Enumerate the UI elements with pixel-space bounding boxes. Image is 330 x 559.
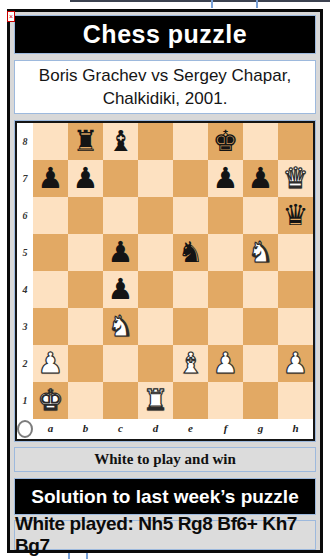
square-c2 — [103, 345, 138, 382]
white-pawn: ♟ — [213, 345, 239, 382]
file-label-f: f — [208, 419, 243, 439]
rank-label-2: 2 — [17, 345, 33, 382]
file-label-e: e — [173, 419, 208, 439]
square-e3 — [173, 308, 208, 345]
square-b4 — [68, 271, 103, 308]
square-c8: ♝ — [103, 123, 138, 160]
square-b6 — [68, 197, 103, 234]
black-pawn: ♟ — [248, 160, 274, 197]
square-c1 — [103, 382, 138, 419]
solution-moves-text: White played: Nh5 Rg8 Bf6+ Kh7 Bg7 — [15, 513, 315, 557]
square-e8 — [173, 123, 208, 160]
square-g5: ♞ — [243, 234, 278, 271]
square-b1 — [68, 382, 103, 419]
black-pawn: ♟ — [108, 271, 134, 308]
square-a5 — [33, 234, 68, 271]
file-label-c: c — [103, 419, 138, 439]
table-gridline-artifact-top — [70, 0, 330, 2]
square-h4 — [278, 271, 313, 308]
square-d1: ♜ — [138, 382, 173, 419]
square-e5: ♞ — [173, 234, 208, 271]
square-b8: ♜ — [68, 123, 103, 160]
square-f5 — [208, 234, 243, 271]
square-g1 — [243, 382, 278, 419]
page-title: Chess puzzle — [14, 15, 316, 54]
page-title-text: Chess puzzle — [83, 20, 247, 49]
square-b5 — [68, 234, 103, 271]
square-c4: ♟ — [103, 271, 138, 308]
square-h8 — [278, 123, 313, 160]
black-bishop: ♝ — [108, 123, 134, 160]
file-label-d: d — [138, 419, 173, 439]
white-knight: ♞ — [108, 308, 134, 345]
task-caption-text: White to play and win — [94, 451, 236, 468]
square-b2 — [68, 345, 103, 382]
square-h1 — [278, 382, 313, 419]
square-c6 — [103, 197, 138, 234]
file-label-g: g — [243, 419, 278, 439]
square-a1: ♚ — [33, 382, 68, 419]
black-king: ♚ — [213, 123, 239, 160]
square-f1 — [208, 382, 243, 419]
square-c5: ♟ — [103, 234, 138, 271]
white-to-move-circle-icon — [17, 420, 33, 438]
square-g3 — [243, 308, 278, 345]
square-h6: ♛ — [278, 197, 313, 234]
square-f3 — [208, 308, 243, 345]
square-f8: ♚ — [208, 123, 243, 160]
table-gridline-tick — [211, 0, 213, 8]
square-a6 — [33, 197, 68, 234]
file-label-h: h — [278, 419, 313, 439]
square-h2: ♟ — [278, 345, 313, 382]
white-pawn: ♟ — [283, 345, 309, 382]
square-a7: ♟ — [33, 160, 68, 197]
black-rook: ♜ — [73, 123, 99, 160]
square-f4 — [208, 271, 243, 308]
broken-image-icon: × — [7, 11, 15, 22]
square-f6 — [208, 197, 243, 234]
square-g2 — [243, 345, 278, 382]
to-move-indicator-cell — [17, 419, 33, 439]
black-pawn: ♟ — [38, 160, 64, 197]
rank-label-8: 8 — [17, 123, 33, 160]
chess-board-grid: 8♜♝♚7♟♟♟♟♛6♛5♟♞♞4♟3♞2♟♝♟♟1♚♜abcdefgh — [17, 123, 313, 439]
black-pawn: ♟ — [213, 160, 239, 197]
match-players: Boris Grachev vs Sergey Chapar, — [39, 64, 291, 87]
square-c3: ♞ — [103, 308, 138, 345]
square-e2: ♝ — [173, 345, 208, 382]
rank-label-5: 5 — [17, 234, 33, 271]
rank-label-4: 4 — [17, 271, 33, 308]
white-king: ♚ — [38, 382, 64, 419]
rank-label-7: 7 — [17, 160, 33, 197]
square-a8 — [33, 123, 68, 160]
square-b3 — [68, 308, 103, 345]
square-c7 — [103, 160, 138, 197]
white-rook: ♜ — [143, 382, 169, 419]
square-e6 — [173, 197, 208, 234]
square-d5 — [138, 234, 173, 271]
square-d8 — [138, 123, 173, 160]
square-d3 — [138, 308, 173, 345]
square-g6 — [243, 197, 278, 234]
solution-header: Solution to last week’s puzzle — [14, 478, 316, 515]
white-knight: ♞ — [248, 234, 274, 271]
white-queen: ♛ — [283, 160, 309, 197]
black-pawn: ♟ — [73, 160, 99, 197]
chess-board-border: 8♜♝♚7♟♟♟♟♛6♛5♟♞♞4♟3♞2♟♝♟♟1♚♜abcdefgh — [15, 121, 315, 441]
square-a4 — [33, 271, 68, 308]
square-d4 — [138, 271, 173, 308]
square-g4 — [243, 271, 278, 308]
white-bishop: ♝ — [178, 345, 204, 382]
black-knight: ♞ — [178, 234, 204, 271]
match-venue-year: Chalkidiki, 2001. — [103, 87, 228, 110]
square-d2 — [138, 345, 173, 382]
rank-label-6: 6 — [17, 197, 33, 234]
match-info: Boris Grachev vs Sergey Chapar, Chalkidi… — [14, 60, 316, 114]
file-label-b: b — [68, 419, 103, 439]
task-caption: White to play and win — [14, 447, 316, 472]
square-e7 — [173, 160, 208, 197]
square-b7: ♟ — [68, 160, 103, 197]
file-label-a: a — [33, 419, 68, 439]
square-f7: ♟ — [208, 160, 243, 197]
solution-moves: White played: Nh5 Rg8 Bf6+ Kh7 Bg7 — [14, 520, 316, 550]
chess-board-container: 8♜♝♚7♟♟♟♟♛6♛5♟♞♞4♟3♞2♟♝♟♟1♚♜abcdefgh — [14, 120, 316, 442]
rank-label-1: 1 — [17, 382, 33, 419]
square-g8 — [243, 123, 278, 160]
puzzle-frame: Chess puzzle Boris Grachev vs Sergey Cha… — [7, 9, 323, 553]
black-pawn: ♟ — [108, 234, 134, 271]
square-h7: ♛ — [278, 160, 313, 197]
square-d7 — [138, 160, 173, 197]
square-d6 — [138, 197, 173, 234]
white-pawn: ♟ — [38, 345, 64, 382]
solution-header-text: Solution to last week’s puzzle — [31, 486, 298, 508]
square-f2: ♟ — [208, 345, 243, 382]
square-e1 — [173, 382, 208, 419]
square-a2: ♟ — [33, 345, 68, 382]
square-h5 — [278, 234, 313, 271]
black-queen: ♛ — [283, 197, 309, 234]
square-h3 — [278, 308, 313, 345]
square-g7: ♟ — [243, 160, 278, 197]
table-gridline-tick — [256, 0, 258, 8]
square-e4 — [173, 271, 208, 308]
square-a3 — [33, 308, 68, 345]
rank-label-3: 3 — [17, 308, 33, 345]
